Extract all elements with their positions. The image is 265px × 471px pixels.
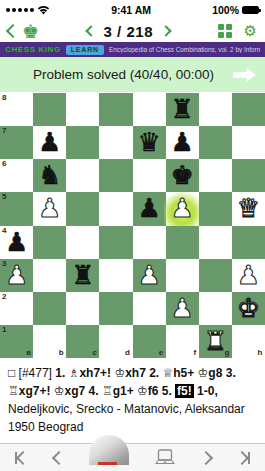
piece-wp-e3: ♟ (137, 259, 160, 292)
chess-king-brand: CHESS KING (5, 45, 61, 54)
square-d7[interactable] (99, 126, 132, 159)
file-label: a (26, 349, 30, 357)
square-e7[interactable]: ♛ (133, 126, 166, 159)
file-label: b (59, 349, 64, 357)
square-h7[interactable] (232, 126, 265, 159)
app-window: 9:41 AM 100% ♚ 3 / 218 ⚙ CHESS KING LEAR… (0, 0, 265, 471)
bottom-toolbar (0, 443, 265, 471)
notation-segment: □ [#477] (8, 366, 55, 380)
square-d5[interactable] (99, 192, 132, 225)
square-h5[interactable]: ♛ (232, 192, 265, 225)
piece-br-c3: ♜ (71, 259, 94, 292)
square-b4[interactable] (33, 226, 66, 259)
square-h1[interactable]: h (232, 325, 265, 358)
square-g1[interactable]: g♜ (199, 325, 232, 358)
square-a2[interactable]: 2 (0, 292, 33, 325)
square-c3[interactable]: ♜ (66, 259, 99, 292)
square-g6[interactable] (199, 159, 232, 192)
square-c5[interactable] (66, 192, 99, 225)
square-g8[interactable] (199, 93, 232, 126)
square-g7[interactable] (199, 126, 232, 159)
square-f1[interactable]: f (166, 325, 199, 358)
square-d3[interactable] (99, 259, 132, 292)
current-move[interactable]: f5! (175, 384, 194, 398)
chess-king-logo-icon[interactable]: ♚ (22, 21, 39, 41)
brand-banner: CHESS KING LEARN Encyclopedia of Chess C… (0, 42, 265, 57)
square-h8[interactable] (232, 93, 265, 126)
piece-bn-b6: ♞ (38, 159, 61, 192)
settings-gear-icon[interactable]: ⚙ (244, 23, 257, 39)
square-a5[interactable]: 5 (0, 192, 33, 225)
piece-wp-b5: ♟ (38, 192, 61, 225)
move-notation: □ [#477] 1. ♗xh7+! ♔xh7 2. ♕h5+ ♔g8 3. ♖… (0, 358, 265, 437)
piece-wp-f2: ♟ (171, 292, 194, 325)
battery-icon (242, 6, 259, 14)
square-g3[interactable] (199, 259, 232, 292)
piece-br-f8: ♜ (171, 93, 194, 126)
clock: 9:41 AM (111, 4, 151, 16)
square-b6[interactable]: ♞ (33, 159, 66, 192)
square-c8[interactable] (66, 93, 99, 126)
square-d6[interactable] (99, 159, 132, 192)
square-e3[interactable]: ♟ (133, 259, 166, 292)
piece-bp-b7: ♟ (38, 126, 61, 159)
next-arrow-icon[interactable] (231, 67, 257, 83)
square-c7[interactable] (66, 126, 99, 159)
square-d2[interactable] (99, 292, 132, 325)
square-f5[interactable]: ♟ (166, 192, 199, 225)
file-label: h (258, 349, 263, 357)
square-b7[interactable]: ♟ (33, 126, 66, 159)
file-label: e (159, 349, 163, 357)
computer-icon[interactable] (154, 449, 176, 466)
square-d4[interactable] (99, 226, 132, 259)
square-e2[interactable] (133, 292, 166, 325)
piece-wp-f5: ♟ (171, 192, 194, 225)
square-h2[interactable]: ♚ (232, 292, 265, 325)
square-e4[interactable] (133, 226, 166, 259)
file-label: g (224, 349, 229, 357)
file-label: c (92, 349, 96, 357)
chess-board: 8♜7♟♛♟6♞♚5♟♟♟♛4♟3♟♜♟♟2♟♚1abcdefg♜h (0, 93, 265, 358)
square-b1[interactable]: b (33, 325, 66, 358)
square-c6[interactable] (66, 159, 99, 192)
status-message-bar: Problem solved (40/40, 00:00) (0, 57, 265, 93)
square-h3[interactable]: ♟ (232, 259, 265, 292)
square-b5[interactable]: ♟ (33, 192, 66, 225)
piece-bq-e7: ♛ (137, 126, 160, 159)
nav-bar: ♚ 3 / 218 ⚙ (0, 20, 265, 42)
previous-move-button[interactable] (51, 450, 65, 464)
battery-percent: 100% (212, 4, 239, 16)
previous-problem-button[interactable] (85, 25, 96, 36)
square-a8[interactable]: 8 (0, 93, 33, 126)
square-g2[interactable] (199, 292, 232, 325)
learn-badge[interactable]: LEARN (66, 45, 104, 55)
square-a6[interactable]: 6 (0, 159, 33, 192)
square-h6[interactable] (232, 159, 265, 192)
last-move-button[interactable] (237, 452, 250, 464)
notation-segment[interactable]: 1-0, (194, 384, 218, 398)
square-g4[interactable] (199, 226, 232, 259)
status-message: Problem solved (40/40, 00:00) (33, 67, 214, 82)
status-bar: 9:41 AM 100% (0, 0, 265, 20)
piece-wr-g1: ♜ (204, 325, 227, 358)
piece-wp-a3: ♟ (5, 259, 28, 292)
rank-label: 6 (2, 160, 6, 168)
square-f8[interactable]: ♜ (166, 93, 199, 126)
next-move-button[interactable] (199, 450, 213, 464)
square-e1[interactable]: e (133, 325, 166, 358)
square-e6[interactable] (133, 159, 166, 192)
piece-bp-a4: ♟ (5, 226, 28, 259)
square-a3[interactable]: 3♟ (0, 259, 33, 292)
square-b2[interactable] (33, 292, 66, 325)
square-f7[interactable]: ♟ (166, 126, 199, 159)
file-label: f (194, 349, 197, 357)
square-b8[interactable] (33, 93, 66, 126)
back-chevron-icon[interactable] (6, 24, 20, 38)
square-d1[interactable]: d (99, 325, 132, 358)
square-f3[interactable] (166, 259, 199, 292)
square-d8[interactable] (99, 93, 132, 126)
square-f4[interactable] (166, 226, 199, 259)
rank-label: 8 (2, 94, 6, 102)
notation-segment: Nedeljkovic, Srecko - Matanovic, Aleksan… (8, 402, 245, 434)
square-c2[interactable] (66, 292, 99, 325)
square-g5[interactable] (199, 192, 232, 225)
piece-bk-f6: ♚ (171, 159, 194, 192)
rank-label: 5 (2, 193, 6, 201)
next-problem-button[interactable] (160, 25, 171, 36)
piece-wk-h2: ♚ (237, 292, 260, 325)
square-e8[interactable] (133, 93, 166, 126)
rank-label: 4 (2, 227, 6, 235)
piece-wq-h5: ♛ (237, 192, 260, 225)
square-e5[interactable]: ♟ (133, 192, 166, 225)
wifi-icon (37, 5, 50, 15)
rank-label: 7 (2, 127, 6, 135)
rank-label: 3 (2, 260, 6, 268)
square-b3[interactable] (33, 259, 66, 292)
first-move-button[interactable] (15, 452, 28, 464)
course-title: Encyclopedia of Chess Combinations, vol.… (109, 46, 260, 53)
piece-wp-h3: ♟ (237, 259, 260, 292)
rank-label: 2 (2, 293, 6, 301)
grid-menu-icon[interactable] (218, 24, 232, 38)
piece-bp-e5: ♟ (137, 192, 160, 225)
square-f2[interactable]: ♟ (166, 292, 199, 325)
signal-strength-icon (6, 8, 34, 12)
file-label: d (125, 349, 130, 357)
square-c4[interactable] (66, 226, 99, 259)
square-a7[interactable]: 7 (0, 126, 33, 159)
square-h4[interactable] (232, 226, 265, 259)
problem-counter[interactable]: 3 / 218 (104, 23, 153, 40)
square-f6[interactable]: ♚ (166, 159, 199, 192)
engine-dome-icon[interactable] (89, 435, 129, 465)
square-c1[interactable]: c (66, 325, 99, 358)
rank-label: 1 (2, 326, 6, 334)
square-a4[interactable]: 4♟ (0, 226, 33, 259)
piece-bp-f7: ♟ (171, 126, 194, 159)
square-a1[interactable]: 1a (0, 325, 33, 358)
